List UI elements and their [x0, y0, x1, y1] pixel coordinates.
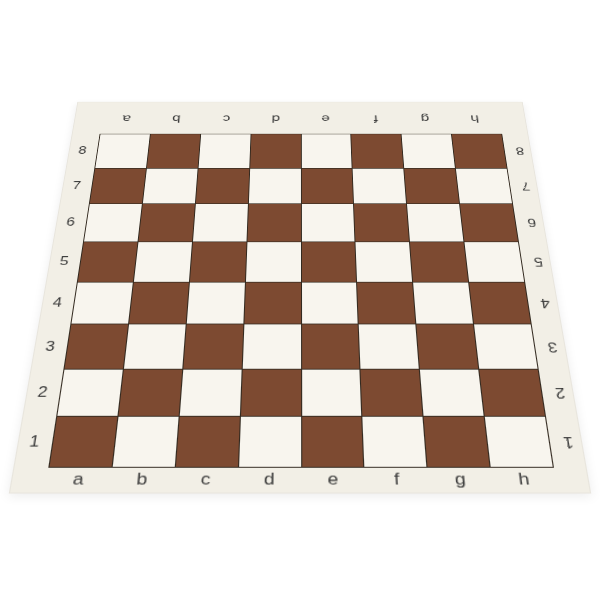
file-label-bottom-b: b [109, 466, 175, 492]
rank-label-right-3: 3 [534, 324, 571, 369]
square-g2 [420, 369, 484, 416]
square-c2 [179, 369, 241, 416]
square-b6 [138, 204, 194, 241]
rank-label-right-5: 5 [521, 242, 555, 282]
square-a2 [57, 369, 122, 416]
square-a6 [84, 204, 142, 241]
rank-label-left-1: 1 [14, 417, 53, 468]
rank-label-right-6: 6 [515, 204, 548, 242]
square-a4 [71, 282, 132, 324]
square-f5 [356, 242, 412, 281]
square-c1 [176, 417, 240, 467]
square-b8 [147, 134, 200, 167]
file-label-top-h: h [449, 106, 502, 131]
file-label-bottom-c: c [173, 466, 238, 492]
square-c3 [183, 324, 243, 368]
square-f6 [354, 204, 409, 241]
rank-label-right-4: 4 [527, 282, 562, 324]
file-label-top-d: d [251, 106, 301, 131]
square-b5 [134, 242, 192, 281]
square-e8 [301, 134, 352, 167]
rank-label-left-3: 3 [32, 324, 69, 369]
square-b2 [118, 369, 182, 416]
square-f2 [361, 369, 423, 416]
vinyl-chessboard-mat: abcdefgh 87654321 87654321 abcdefgh [9, 102, 591, 494]
square-d8 [250, 134, 301, 167]
file-labels-bottom: abcdefgh [45, 466, 558, 492]
file-label-bottom-f: f [364, 466, 429, 492]
square-g8 [402, 134, 455, 167]
square-h8 [452, 134, 506, 167]
square-f3 [359, 324, 419, 368]
file-label-top-b: b [150, 106, 202, 131]
square-e6 [301, 204, 354, 241]
rank-label-right-8: 8 [504, 134, 535, 168]
rank-label-left-5: 5 [47, 242, 81, 282]
product-photo-background: abcdefgh 87654321 87654321 abcdefgh [0, 0, 600, 600]
square-d4 [244, 282, 300, 324]
square-f7 [353, 168, 406, 203]
rank-label-right-7: 7 [509, 168, 541, 204]
square-f8 [352, 134, 404, 167]
square-d2 [241, 369, 301, 416]
file-label-bottom-g: g [427, 466, 493, 492]
square-d1 [239, 417, 301, 467]
square-h5 [465, 242, 524, 281]
square-g7 [404, 168, 459, 203]
file-label-top-a: a [100, 106, 153, 131]
file-label-bottom-a: a [45, 466, 112, 492]
square-h1 [485, 417, 553, 467]
square-c8 [198, 134, 250, 167]
square-g6 [407, 204, 463, 241]
rank-label-left-6: 6 [54, 204, 87, 242]
square-f4 [357, 282, 415, 324]
square-c4 [187, 282, 245, 324]
square-g1 [424, 417, 490, 467]
rank-label-right-1: 1 [548, 417, 588, 468]
square-d5 [246, 242, 301, 281]
square-h7 [456, 168, 512, 203]
rank-label-left-7: 7 [60, 168, 92, 204]
file-labels-top: abcdefgh [100, 106, 502, 131]
square-e5 [301, 242, 356, 281]
square-g5 [410, 242, 468, 281]
square-b1 [113, 417, 179, 467]
file-label-bottom-d: d [237, 466, 301, 492]
square-c6 [193, 204, 248, 241]
square-e2 [302, 369, 362, 416]
square-d3 [242, 324, 300, 368]
square-h6 [460, 204, 518, 241]
square-a3 [65, 324, 128, 368]
square-h4 [469, 282, 530, 324]
file-label-top-f: f [350, 106, 401, 131]
file-label-top-g: g [399, 106, 451, 131]
rank-label-left-8: 8 [67, 134, 98, 168]
square-c5 [190, 242, 246, 281]
square-a1 [50, 417, 118, 467]
file-label-top-e: e [301, 106, 351, 131]
square-c7 [196, 168, 249, 203]
square-e4 [302, 282, 359, 324]
rank-label-left-2: 2 [23, 369, 61, 417]
rank-label-left-4: 4 [39, 282, 74, 324]
square-b7 [143, 168, 198, 203]
square-d7 [249, 168, 301, 203]
square-b4 [129, 282, 189, 324]
square-g3 [417, 324, 479, 368]
rank-label-right-2: 2 [541, 369, 579, 417]
file-label-bottom-e: e [301, 466, 365, 492]
file-label-bottom-h: h [491, 466, 558, 492]
square-a8 [95, 134, 149, 167]
square-b3 [124, 324, 186, 368]
square-e3 [302, 324, 360, 368]
square-e1 [302, 417, 364, 467]
square-f1 [363, 417, 427, 467]
square-h2 [479, 369, 544, 416]
square-d6 [247, 204, 300, 241]
square-g4 [413, 282, 473, 324]
square-e7 [301, 168, 353, 203]
square-a5 [78, 242, 137, 281]
chessboard-grid [48, 134, 554, 468]
square-h3 [474, 324, 537, 368]
square-a7 [90, 168, 146, 203]
file-label-top-c: c [200, 106, 251, 131]
